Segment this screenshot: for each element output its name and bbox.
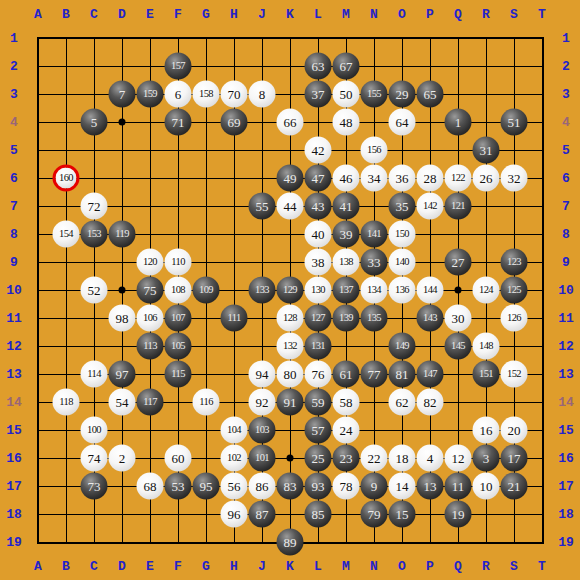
stone-P10: 144 [417, 277, 444, 304]
last-move-stone-B6: 160 [53, 165, 80, 192]
stone-S15: 20 [501, 417, 528, 444]
stone-S6: 32 [501, 165, 528, 192]
stone-O4: 64 [389, 109, 416, 136]
stone-J15: 103 [249, 417, 276, 444]
stone-B8: 154 [53, 221, 80, 248]
col-label-bottom-D: D [118, 560, 126, 573]
row-label-right-1: 1 [562, 32, 570, 45]
col-label-top-S: S [510, 8, 518, 21]
stone-O10: 136 [389, 277, 416, 304]
star-point-D10 [119, 287, 126, 294]
stone-F12: 105 [165, 333, 192, 360]
stone-E9: 120 [137, 249, 164, 276]
stone-N3: 155 [361, 81, 388, 108]
stone-C7: 72 [81, 193, 108, 220]
stone-S11: 126 [501, 305, 528, 332]
stone-O12: 149 [389, 333, 416, 360]
stone-M6: 46 [333, 165, 360, 192]
stone-P11: 143 [417, 305, 444, 332]
stone-M8: 39 [333, 221, 360, 248]
stone-C4: 5 [81, 109, 108, 136]
stone-K4: 66 [277, 109, 304, 136]
stone-H18: 96 [221, 501, 248, 528]
row-label-right-5: 5 [562, 144, 570, 157]
stone-M4: 48 [333, 109, 360, 136]
stone-Q16: 12 [445, 445, 472, 472]
row-label-right-9: 9 [562, 256, 570, 269]
stone-L7: 43 [305, 193, 332, 220]
stone-M9: 138 [333, 249, 360, 276]
stone-F17: 53 [165, 473, 192, 500]
stone-J14: 92 [249, 389, 276, 416]
row-label-left-1: 1 [10, 32, 18, 45]
stone-O7: 35 [389, 193, 416, 220]
col-label-bottom-B: B [62, 560, 70, 573]
stone-F16: 60 [165, 445, 192, 472]
stone-F9: 110 [165, 249, 192, 276]
stone-N8: 141 [361, 221, 388, 248]
row-label-right-6: 6 [562, 172, 570, 185]
stone-G17: 95 [193, 473, 220, 500]
row-label-right-13: 13 [558, 368, 574, 381]
stone-R13: 151 [473, 361, 500, 388]
stone-M16: 23 [333, 445, 360, 472]
stone-M7: 41 [333, 193, 360, 220]
stone-Q4: 1 [445, 109, 472, 136]
stone-N13: 77 [361, 361, 388, 388]
col-label-top-F: F [174, 8, 182, 21]
stone-P7: 142 [417, 193, 444, 220]
col-label-top-B: B [62, 8, 70, 21]
row-label-left-6: 6 [10, 172, 18, 185]
stone-L16: 25 [305, 445, 332, 472]
stone-N6: 34 [361, 165, 388, 192]
stone-H15: 104 [221, 417, 248, 444]
star-point-K16 [287, 455, 294, 462]
stone-K7: 44 [277, 193, 304, 220]
stone-R15: 16 [473, 417, 500, 444]
col-label-bottom-J: J [258, 560, 266, 573]
stone-O17: 14 [389, 473, 416, 500]
stone-B14: 118 [53, 389, 80, 416]
col-label-top-N: N [370, 8, 378, 21]
stone-E10: 75 [137, 277, 164, 304]
stone-L8: 40 [305, 221, 332, 248]
stone-M2: 67 [333, 53, 360, 80]
stone-K10: 129 [277, 277, 304, 304]
row-label-right-3: 3 [562, 88, 570, 101]
stone-N5: 156 [361, 137, 388, 164]
stone-L9: 38 [305, 249, 332, 276]
stone-L18: 85 [305, 501, 332, 528]
stone-C8: 153 [81, 221, 108, 248]
stone-L17: 93 [305, 473, 332, 500]
stone-J7: 55 [249, 193, 276, 220]
stone-K14: 91 [277, 389, 304, 416]
row-label-left-7: 7 [10, 200, 18, 213]
stone-E14: 117 [137, 389, 164, 416]
go-board[interactable]: AABBCCDDEEFFGGHHJJKKLLMMNNOOPPQQRRSSTT11… [0, 0, 580, 580]
stone-C10: 52 [81, 277, 108, 304]
stone-P14: 82 [417, 389, 444, 416]
stone-O8: 150 [389, 221, 416, 248]
stone-J17: 86 [249, 473, 276, 500]
col-label-top-Q: Q [454, 8, 462, 21]
stone-S10: 125 [501, 277, 528, 304]
stone-O6: 36 [389, 165, 416, 192]
stone-J10: 133 [249, 277, 276, 304]
row-label-right-8: 8 [562, 228, 570, 241]
row-label-right-15: 15 [558, 424, 574, 437]
stone-R17: 10 [473, 473, 500, 500]
col-label-bottom-A: A [34, 560, 42, 573]
row-label-right-11: 11 [558, 312, 574, 325]
col-label-top-K: K [286, 8, 294, 21]
row-label-left-4: 4 [10, 116, 18, 129]
stone-F13: 115 [165, 361, 192, 388]
stone-C13: 114 [81, 361, 108, 388]
stone-F10: 108 [165, 277, 192, 304]
stone-R16: 3 [473, 445, 500, 472]
stone-H4: 69 [221, 109, 248, 136]
stone-M14: 58 [333, 389, 360, 416]
stone-Q7: 121 [445, 193, 472, 220]
row-label-left-12: 12 [6, 340, 22, 353]
col-label-top-O: O [398, 8, 406, 21]
stone-N17: 9 [361, 473, 388, 500]
stone-M17: 78 [333, 473, 360, 500]
row-label-right-18: 18 [558, 508, 574, 521]
stone-L11: 127 [305, 305, 332, 332]
stone-F3: 6 [165, 81, 192, 108]
stone-M13: 61 [333, 361, 360, 388]
stone-H11: 111 [221, 305, 248, 332]
stone-D16: 2 [109, 445, 136, 472]
row-label-left-16: 16 [6, 452, 22, 465]
stone-N10: 134 [361, 277, 388, 304]
stone-O9: 140 [389, 249, 416, 276]
stone-Q6: 122 [445, 165, 472, 192]
stone-K13: 80 [277, 361, 304, 388]
col-label-top-J: J [258, 8, 266, 21]
col-label-bottom-M: M [342, 560, 350, 573]
stone-S17: 21 [501, 473, 528, 500]
col-label-top-G: G [202, 8, 210, 21]
stone-D11: 98 [109, 305, 136, 332]
row-label-right-16: 16 [558, 452, 574, 465]
row-label-left-15: 15 [6, 424, 22, 437]
stone-O16: 18 [389, 445, 416, 472]
stone-M11: 139 [333, 305, 360, 332]
col-label-top-L: L [314, 8, 322, 21]
col-label-bottom-C: C [90, 560, 98, 573]
col-label-top-M: M [342, 8, 350, 21]
row-label-left-19: 19 [6, 536, 22, 549]
stone-J3: 8 [249, 81, 276, 108]
stone-P13: 147 [417, 361, 444, 388]
col-label-bottom-S: S [510, 560, 518, 573]
stone-E12: 113 [137, 333, 164, 360]
stone-S9: 123 [501, 249, 528, 276]
stone-N18: 79 [361, 501, 388, 528]
stone-J13: 94 [249, 361, 276, 388]
stone-F11: 107 [165, 305, 192, 332]
row-label-right-12: 12 [558, 340, 574, 353]
row-label-right-4: 4 [562, 116, 570, 129]
stone-R5: 31 [473, 137, 500, 164]
star-point-Q10 [455, 287, 462, 294]
row-label-left-14: 14 [6, 396, 22, 409]
stone-N11: 135 [361, 305, 388, 332]
stone-C15: 100 [81, 417, 108, 444]
stone-L5: 42 [305, 137, 332, 164]
col-label-top-E: E [146, 8, 154, 21]
stone-O13: 81 [389, 361, 416, 388]
stone-Q11: 30 [445, 305, 472, 332]
col-label-top-A: A [34, 8, 42, 21]
stone-K11: 128 [277, 305, 304, 332]
col-label-bottom-R: R [482, 560, 490, 573]
col-label-bottom-K: K [286, 560, 294, 573]
col-label-bottom-T: T [538, 560, 546, 573]
stone-P6: 28 [417, 165, 444, 192]
row-label-left-11: 11 [6, 312, 22, 325]
stone-S13: 152 [501, 361, 528, 388]
stone-R6: 26 [473, 165, 500, 192]
stone-S4: 51 [501, 109, 528, 136]
stone-O14: 62 [389, 389, 416, 416]
stone-Q12: 145 [445, 333, 472, 360]
stone-G14: 116 [193, 389, 220, 416]
stone-O3: 29 [389, 81, 416, 108]
stone-N16: 22 [361, 445, 388, 472]
row-label-right-14: 14 [558, 396, 574, 409]
stone-S16: 17 [501, 445, 528, 472]
stone-L3: 37 [305, 81, 332, 108]
stone-F2: 157 [165, 53, 192, 80]
col-label-bottom-L: L [314, 560, 322, 573]
row-label-left-2: 2 [10, 60, 18, 73]
col-label-bottom-P: P [426, 560, 434, 573]
stone-L2: 63 [305, 53, 332, 80]
col-label-bottom-G: G [202, 560, 210, 573]
col-label-bottom-F: F [174, 560, 182, 573]
col-label-top-T: T [538, 8, 546, 21]
stone-R10: 124 [473, 277, 500, 304]
row-label-right-10: 10 [558, 284, 574, 297]
col-label-top-D: D [118, 8, 126, 21]
row-label-right-19: 19 [558, 536, 574, 549]
col-label-top-P: P [426, 8, 434, 21]
row-label-left-17: 17 [6, 480, 22, 493]
stone-M3: 50 [333, 81, 360, 108]
row-label-left-10: 10 [6, 284, 22, 297]
stone-H17: 56 [221, 473, 248, 500]
stone-Q18: 19 [445, 501, 472, 528]
col-label-bottom-Q: Q [454, 560, 462, 573]
stone-E11: 106 [137, 305, 164, 332]
col-label-top-R: R [482, 8, 490, 21]
stone-D14: 54 [109, 389, 136, 416]
stone-G10: 109 [193, 277, 220, 304]
stone-C17: 73 [81, 473, 108, 500]
stone-P17: 13 [417, 473, 444, 500]
col-label-bottom-O: O [398, 560, 406, 573]
row-label-left-5: 5 [10, 144, 18, 157]
stone-M10: 137 [333, 277, 360, 304]
stone-G3: 158 [193, 81, 220, 108]
col-label-top-C: C [90, 8, 98, 21]
row-label-right-7: 7 [562, 200, 570, 213]
stone-J16: 101 [249, 445, 276, 472]
stone-D3: 7 [109, 81, 136, 108]
stone-K19: 89 [277, 529, 304, 556]
stone-R12: 148 [473, 333, 500, 360]
stone-K6: 49 [277, 165, 304, 192]
row-label-left-9: 9 [10, 256, 18, 269]
col-label-bottom-H: H [230, 560, 238, 573]
col-label-top-H: H [230, 8, 238, 21]
stone-E17: 68 [137, 473, 164, 500]
stone-L13: 76 [305, 361, 332, 388]
row-label-left-13: 13 [6, 368, 22, 381]
stone-Q17: 11 [445, 473, 472, 500]
stone-D8: 119 [109, 221, 136, 248]
stone-L10: 130 [305, 277, 332, 304]
stone-J18: 87 [249, 501, 276, 528]
stone-Q9: 27 [445, 249, 472, 276]
stone-N9: 33 [361, 249, 388, 276]
stone-C16: 74 [81, 445, 108, 472]
stone-F4: 71 [165, 109, 192, 136]
stone-K12: 132 [277, 333, 304, 360]
stone-D13: 97 [109, 361, 136, 388]
stone-H3: 70 [221, 81, 248, 108]
stone-M15: 24 [333, 417, 360, 444]
stone-P16: 4 [417, 445, 444, 472]
stone-L12: 131 [305, 333, 332, 360]
stone-E3: 159 [137, 81, 164, 108]
stone-K17: 83 [277, 473, 304, 500]
stone-H16: 102 [221, 445, 248, 472]
stone-L6: 47 [305, 165, 332, 192]
row-label-left-18: 18 [6, 508, 22, 521]
stone-L15: 57 [305, 417, 332, 444]
row-label-left-8: 8 [10, 228, 18, 241]
star-point-D4 [119, 119, 126, 126]
row-label-left-3: 3 [10, 88, 18, 101]
stone-O18: 15 [389, 501, 416, 528]
stone-P3: 65 [417, 81, 444, 108]
row-label-right-17: 17 [558, 480, 574, 493]
col-label-bottom-N: N [370, 560, 378, 573]
row-label-right-2: 2 [562, 60, 570, 73]
col-label-bottom-E: E [146, 560, 154, 573]
stone-L14: 59 [305, 389, 332, 416]
